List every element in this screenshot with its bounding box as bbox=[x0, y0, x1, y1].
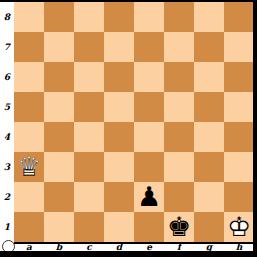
square-c2[interactable] bbox=[74, 182, 104, 212]
file-label-f: f bbox=[164, 244, 194, 251]
square-h5[interactable] bbox=[224, 92, 254, 122]
square-h8[interactable] bbox=[224, 2, 254, 32]
square-a6[interactable] bbox=[14, 62, 44, 92]
file-label-h: h bbox=[224, 244, 254, 251]
board-frame-right bbox=[253, 0, 257, 257]
rank-label-8: 8 bbox=[0, 2, 14, 32]
square-f7[interactable] bbox=[164, 32, 194, 62]
square-b2[interactable] bbox=[44, 182, 74, 212]
piece-black-pawn[interactable]: ♟ bbox=[134, 182, 164, 212]
square-e3[interactable] bbox=[134, 152, 164, 182]
square-h7[interactable] bbox=[224, 32, 254, 62]
square-c1[interactable] bbox=[74, 212, 104, 242]
square-a5[interactable] bbox=[14, 92, 44, 122]
square-c6[interactable] bbox=[74, 62, 104, 92]
square-f5[interactable] bbox=[164, 92, 194, 122]
square-d2[interactable] bbox=[104, 182, 134, 212]
piece-white-king[interactable]: ♚♔ bbox=[224, 212, 254, 242]
square-g7[interactable] bbox=[194, 32, 224, 62]
square-e8[interactable] bbox=[134, 2, 164, 32]
rank-labels: 87654321 bbox=[0, 2, 14, 242]
square-d8[interactable] bbox=[104, 2, 134, 32]
square-g1[interactable] bbox=[194, 212, 224, 242]
square-d5[interactable] bbox=[104, 92, 134, 122]
file-label-c: c bbox=[74, 244, 104, 251]
square-e4[interactable] bbox=[134, 122, 164, 152]
square-a8[interactable] bbox=[14, 2, 44, 32]
board: ♛♕♟♚♚♔ bbox=[14, 2, 254, 244]
square-b5[interactable] bbox=[44, 92, 74, 122]
square-b3[interactable] bbox=[44, 152, 74, 182]
square-c5[interactable] bbox=[74, 92, 104, 122]
square-h6[interactable] bbox=[224, 62, 254, 92]
rank-label-4: 4 bbox=[0, 122, 14, 152]
square-e5[interactable] bbox=[134, 92, 164, 122]
square-d1[interactable] bbox=[104, 212, 134, 242]
square-g2[interactable] bbox=[194, 182, 224, 212]
file-label-g: g bbox=[194, 244, 224, 251]
square-b8[interactable] bbox=[44, 2, 74, 32]
square-c7[interactable] bbox=[74, 32, 104, 62]
square-f8[interactable] bbox=[164, 2, 194, 32]
square-e6[interactable] bbox=[134, 62, 164, 92]
board-frame-bottom bbox=[0, 251, 257, 257]
square-g6[interactable] bbox=[194, 62, 224, 92]
rank-label-1: 1 bbox=[0, 212, 14, 242]
square-c4[interactable] bbox=[74, 122, 104, 152]
file-label-d: d bbox=[104, 244, 134, 251]
square-e2[interactable]: ♟ bbox=[134, 182, 164, 212]
file-label-e: e bbox=[134, 244, 164, 251]
rank-label-7: 7 bbox=[0, 32, 14, 62]
chess-diagram: 87654321 ♛♕♟♚♚♔ abcdefgh bbox=[0, 0, 257, 257]
rank-label-3: 3 bbox=[0, 152, 14, 182]
file-label-b: b bbox=[44, 244, 74, 251]
file-labels: abcdefgh bbox=[14, 244, 254, 251]
square-g3[interactable] bbox=[194, 152, 224, 182]
square-e1[interactable] bbox=[134, 212, 164, 242]
square-a7[interactable] bbox=[14, 32, 44, 62]
square-h3[interactable] bbox=[224, 152, 254, 182]
square-f4[interactable] bbox=[164, 122, 194, 152]
piece-white-queen[interactable]: ♛♕ bbox=[14, 152, 44, 182]
square-h2[interactable] bbox=[224, 182, 254, 212]
square-f6[interactable] bbox=[164, 62, 194, 92]
piece-black-king[interactable]: ♚ bbox=[164, 212, 194, 242]
white-queen-outline: ♕ bbox=[14, 152, 44, 182]
square-a1[interactable] bbox=[14, 212, 44, 242]
square-b1[interactable] bbox=[44, 212, 74, 242]
file-label-a: a bbox=[14, 244, 44, 251]
square-d3[interactable] bbox=[104, 152, 134, 182]
square-d7[interactable] bbox=[104, 32, 134, 62]
square-h1[interactable]: ♚♔ bbox=[224, 212, 254, 242]
rank-label-6: 6 bbox=[0, 62, 14, 92]
square-d6[interactable] bbox=[104, 62, 134, 92]
rank-label-2: 2 bbox=[0, 182, 14, 212]
square-b6[interactable] bbox=[44, 62, 74, 92]
square-g8[interactable] bbox=[194, 2, 224, 32]
square-c8[interactable] bbox=[74, 2, 104, 32]
square-g4[interactable] bbox=[194, 122, 224, 152]
white-king-outline: ♔ bbox=[224, 212, 254, 242]
rank-label-5: 5 bbox=[0, 92, 14, 122]
square-a4[interactable] bbox=[14, 122, 44, 152]
square-f1[interactable]: ♚ bbox=[164, 212, 194, 242]
square-b7[interactable] bbox=[44, 32, 74, 62]
square-a3[interactable]: ♛♕ bbox=[14, 152, 44, 182]
square-f3[interactable] bbox=[164, 152, 194, 182]
square-h4[interactable] bbox=[224, 122, 254, 152]
square-f2[interactable] bbox=[164, 182, 194, 212]
square-g5[interactable] bbox=[194, 92, 224, 122]
square-a2[interactable] bbox=[14, 182, 44, 212]
square-d4[interactable] bbox=[104, 122, 134, 152]
square-b4[interactable] bbox=[44, 122, 74, 152]
square-c3[interactable] bbox=[74, 152, 104, 182]
square-e7[interactable] bbox=[134, 32, 164, 62]
